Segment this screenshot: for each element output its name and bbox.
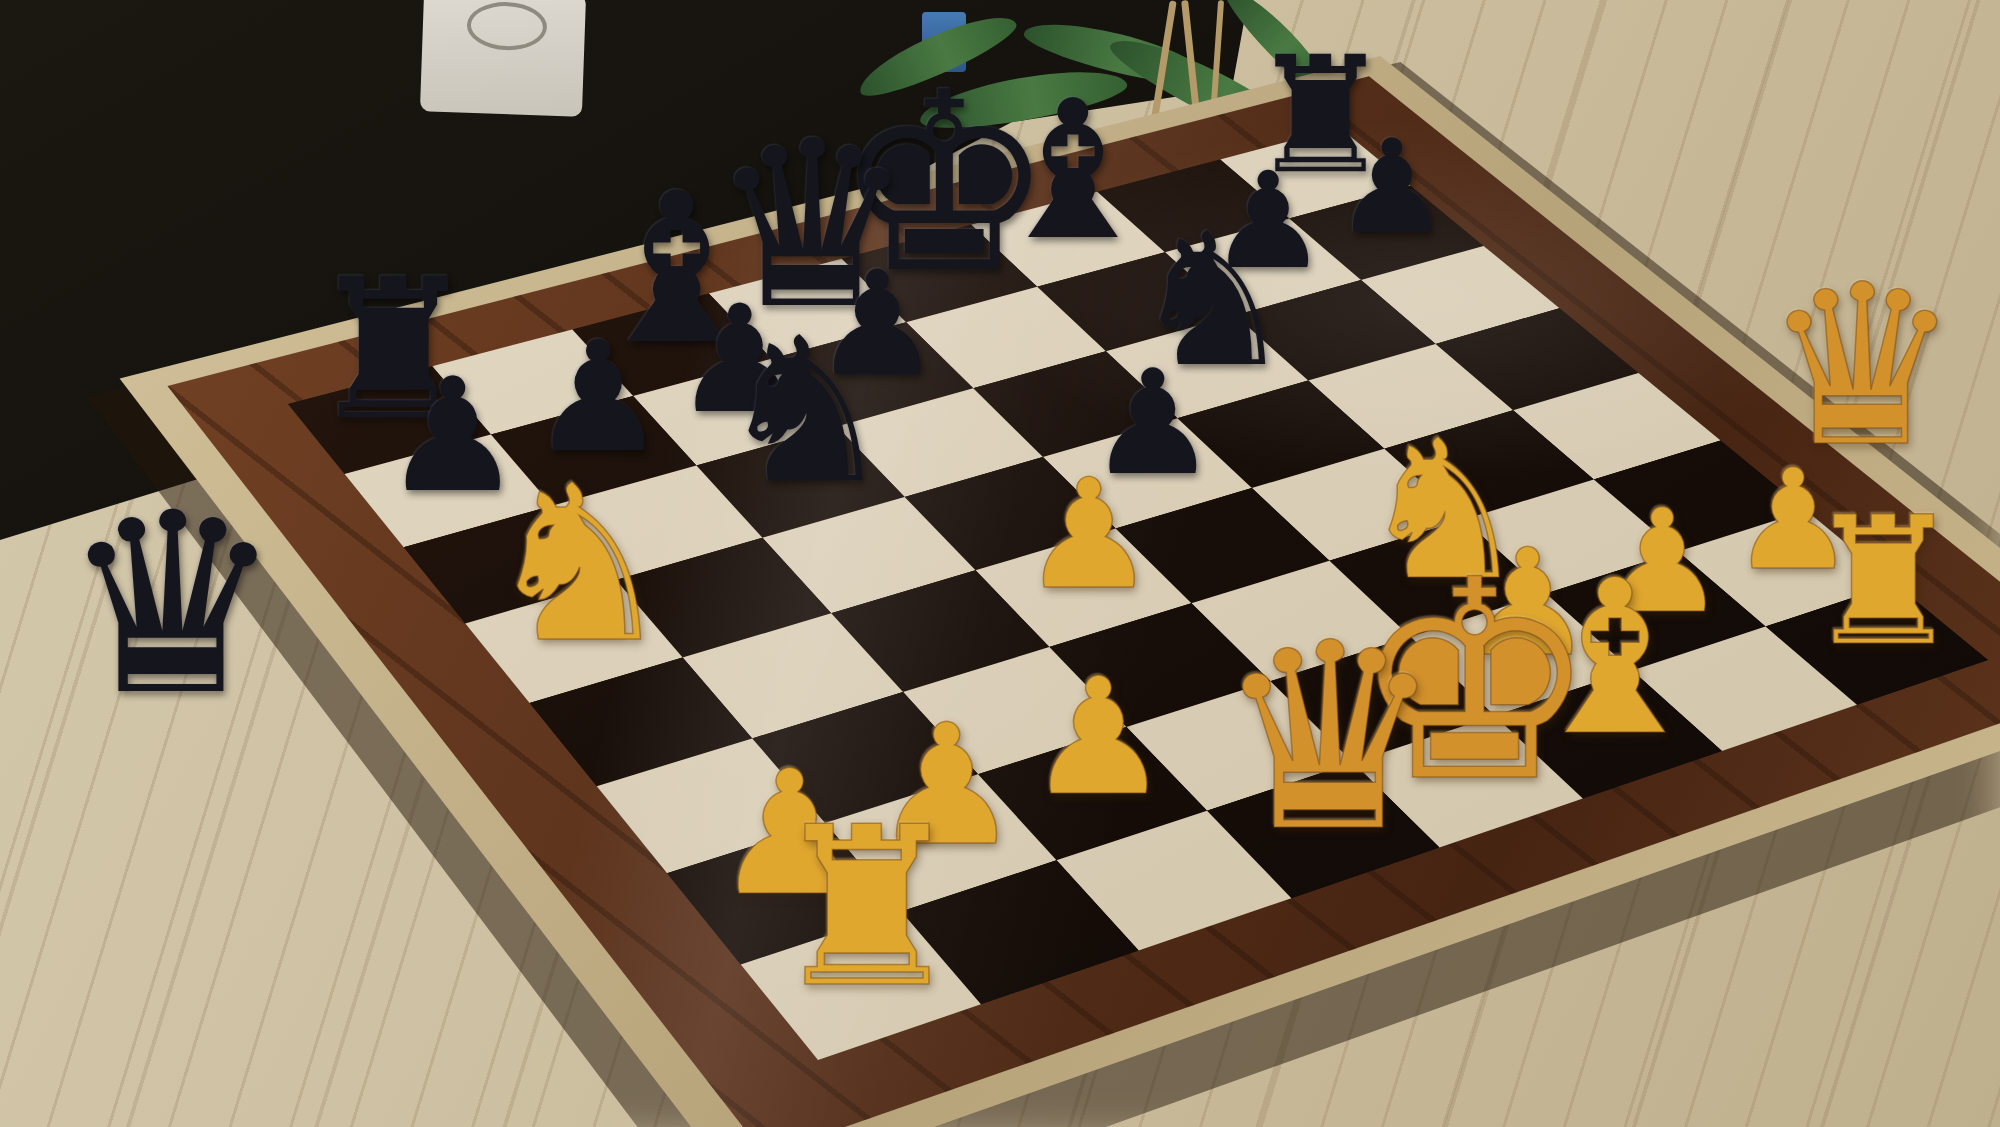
paper-bag — [420, 0, 586, 117]
piece-white-rook-h1[interactable]: ♜ — [1795, 493, 1972, 670]
piece-black-queen-spare[interactable]: ♛ — [47, 480, 297, 730]
piece-black-knight-c6[interactable]: ♞ — [706, 311, 906, 511]
bag-handle — [466, 1, 548, 52]
scene: ♚♛♜♜♝♞♞♟♟♟♟♟♟♟♚♛♜♜♝♝♞♞♟♟♟♟♟♟♟♛♛ — [0, 0, 2000, 1127]
piece-white-queen-d1[interactable]: ♛ — [1201, 609, 1459, 867]
piece-white-rook-a1[interactable]: ♜ — [756, 798, 976, 1018]
piece-black-pawn-h7[interactable]: ♟ — [1327, 123, 1457, 253]
piece-white-knight-a5[interactable]: ♞ — [471, 457, 687, 673]
piece-white-pawn-d4[interactable]: ♟ — [1013, 459, 1165, 611]
piece-white-pawn-c2[interactable]: ♟ — [1018, 657, 1180, 819]
